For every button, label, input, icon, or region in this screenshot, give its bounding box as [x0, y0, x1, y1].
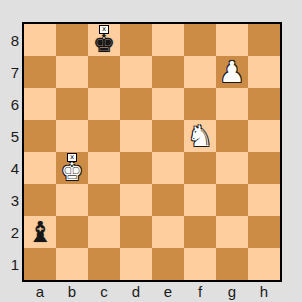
square-a7[interactable] [24, 56, 56, 88]
file-label-g: g [216, 283, 248, 301]
square-g3[interactable] [216, 184, 248, 216]
square-f8[interactable] [184, 24, 216, 56]
square-a8[interactable] [24, 24, 56, 56]
square-f4[interactable] [184, 152, 216, 184]
square-d7[interactable] [120, 56, 152, 88]
square-h5[interactable] [248, 120, 280, 152]
square-g2[interactable] [216, 216, 248, 248]
square-g1[interactable] [216, 248, 248, 280]
square-d4[interactable] [120, 152, 152, 184]
square-f1[interactable] [184, 248, 216, 280]
square-h6[interactable] [248, 88, 280, 120]
file-labels: abcdefgh [24, 283, 280, 301]
square-h3[interactable] [248, 184, 280, 216]
square-h4[interactable] [248, 152, 280, 184]
square-d6[interactable] [120, 88, 152, 120]
rank-label-1: 1 [0, 248, 19, 280]
rank-label-8: 8 [0, 24, 19, 56]
square-f5[interactable]: ♞ [184, 120, 216, 152]
black-bishop[interactable]: ♝ [24, 216, 56, 248]
square-c5[interactable] [88, 120, 120, 152]
rank-label-2: 2 [0, 216, 19, 248]
square-a1[interactable] [24, 248, 56, 280]
square-e6[interactable] [152, 88, 184, 120]
square-a3[interactable] [24, 184, 56, 216]
rank-label-7: 7 [0, 56, 19, 88]
white-knight[interactable]: ♞ [184, 120, 216, 152]
square-c8[interactable]: ♚x [88, 24, 120, 56]
white-pawn[interactable]: ♟ [216, 56, 248, 88]
file-label-e: e [152, 283, 184, 301]
square-a6[interactable] [24, 88, 56, 120]
square-h7[interactable] [248, 56, 280, 88]
rank-label-6: 6 [0, 88, 19, 120]
square-c3[interactable] [88, 184, 120, 216]
rank-labels: 87654321 [0, 24, 19, 280]
square-a2[interactable]: ♝ [24, 216, 56, 248]
square-d2[interactable] [120, 216, 152, 248]
square-f2[interactable] [184, 216, 216, 248]
square-g8[interactable] [216, 24, 248, 56]
square-h8[interactable] [248, 24, 280, 56]
square-d3[interactable] [120, 184, 152, 216]
square-h2[interactable] [248, 216, 280, 248]
white-king[interactable]: ♚x [56, 152, 88, 184]
file-label-h: h [248, 283, 280, 301]
square-g4[interactable] [216, 152, 248, 184]
square-e5[interactable] [152, 120, 184, 152]
chess-diagram-panel: 87654321 ♚x♟♞♚x♝ abcdefgh [0, 0, 302, 302]
square-g7[interactable]: ♟ [216, 56, 248, 88]
king-cross-marker: x [99, 25, 109, 34]
square-d1[interactable] [120, 248, 152, 280]
square-d8[interactable] [120, 24, 152, 56]
square-b5[interactable] [56, 120, 88, 152]
black-king[interactable]: ♚x [88, 24, 120, 56]
square-b6[interactable] [56, 88, 88, 120]
white-king-glyph: ♚ [61, 159, 83, 184]
rank-label-4: 4 [0, 152, 19, 184]
square-c7[interactable] [88, 56, 120, 88]
square-e1[interactable] [152, 248, 184, 280]
rank-label-5: 5 [0, 120, 19, 152]
square-b2[interactable] [56, 216, 88, 248]
square-f6[interactable] [184, 88, 216, 120]
square-h1[interactable] [248, 248, 280, 280]
file-label-f: f [184, 283, 216, 301]
square-c2[interactable] [88, 216, 120, 248]
file-label-c: c [88, 283, 120, 301]
square-c6[interactable] [88, 88, 120, 120]
square-g6[interactable] [216, 88, 248, 120]
square-a5[interactable] [24, 120, 56, 152]
square-e8[interactable] [152, 24, 184, 56]
square-b3[interactable] [56, 184, 88, 216]
square-e4[interactable] [152, 152, 184, 184]
file-label-a: a [24, 283, 56, 301]
square-e2[interactable] [152, 216, 184, 248]
file-label-d: d [120, 283, 152, 301]
rank-label-3: 3 [0, 184, 19, 216]
black-bishop-glyph: ♝ [27, 218, 53, 247]
square-c1[interactable] [88, 248, 120, 280]
square-f3[interactable] [184, 184, 216, 216]
king-cross-marker: x [67, 153, 77, 162]
square-c4[interactable] [88, 152, 120, 184]
square-a4[interactable] [24, 152, 56, 184]
square-e3[interactable] [152, 184, 184, 216]
black-king-glyph: ♚ [93, 31, 115, 56]
square-e7[interactable] [152, 56, 184, 88]
square-g5[interactable] [216, 120, 248, 152]
square-d5[interactable] [120, 120, 152, 152]
white-knight-glyph: ♞ [187, 122, 213, 151]
square-b8[interactable] [56, 24, 88, 56]
chess-board[interactable]: ♚x♟♞♚x♝ [22, 22, 282, 282]
white-pawn-glyph: ♟ [219, 58, 245, 87]
square-b7[interactable] [56, 56, 88, 88]
square-b1[interactable] [56, 248, 88, 280]
square-f7[interactable] [184, 56, 216, 88]
square-b4[interactable]: ♚x [56, 152, 88, 184]
file-label-b: b [56, 283, 88, 301]
